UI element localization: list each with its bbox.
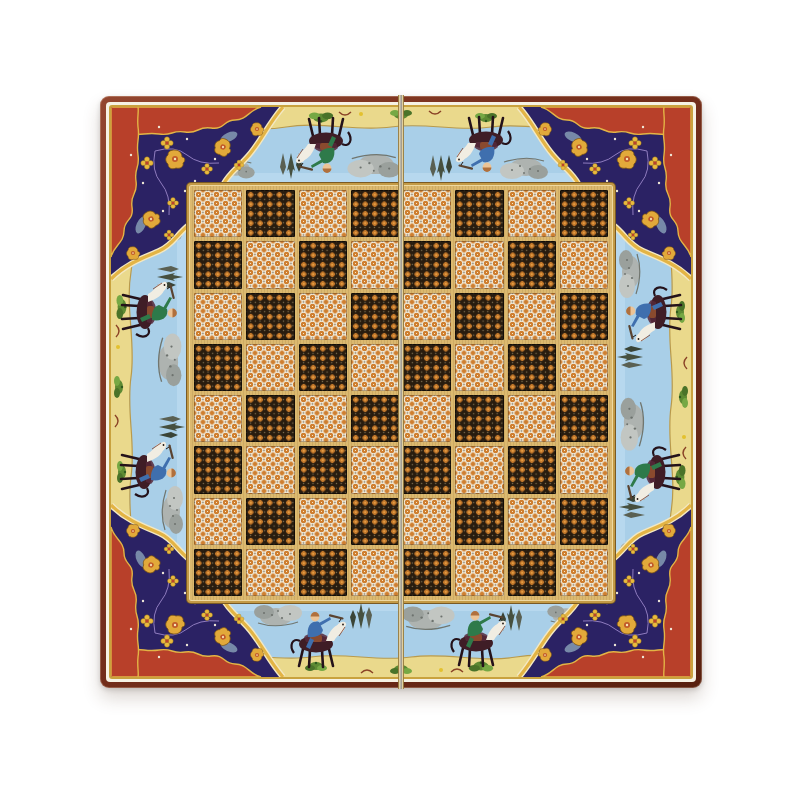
square-f3 [455, 446, 503, 493]
square-b1 [246, 549, 294, 596]
square-c8 [299, 190, 347, 237]
square-e7 [403, 241, 451, 288]
square-f6 [455, 293, 503, 340]
square-h3 [560, 446, 608, 493]
square-b8 [246, 190, 294, 237]
square-e2 [403, 498, 451, 545]
square-c5 [299, 344, 347, 391]
square-c4 [299, 395, 347, 442]
square-g8 [508, 190, 556, 237]
square-f5 [455, 344, 503, 391]
square-b5 [246, 344, 294, 391]
square-b6 [246, 293, 294, 340]
square-e1 [403, 549, 451, 596]
fold-seam [398, 95, 404, 689]
square-f8 [455, 190, 503, 237]
square-e8 [403, 190, 451, 237]
square-g3 [508, 446, 556, 493]
square-b7 [246, 241, 294, 288]
square-g7 [508, 241, 556, 288]
square-c6 [299, 293, 347, 340]
square-f7 [455, 241, 503, 288]
square-h8 [560, 190, 608, 237]
square-c3 [299, 446, 347, 493]
square-e4 [403, 395, 451, 442]
square-a5 [194, 344, 242, 391]
khatam-chess-board [100, 96, 702, 688]
square-a1 [194, 549, 242, 596]
square-c1 [299, 549, 347, 596]
square-h5 [560, 344, 608, 391]
square-g2 [508, 498, 556, 545]
square-a2 [194, 498, 242, 545]
square-h7 [560, 241, 608, 288]
square-d4 [351, 395, 399, 442]
square-d1 [351, 549, 399, 596]
square-f2 [455, 498, 503, 545]
square-d5 [351, 344, 399, 391]
square-h6 [560, 293, 608, 340]
square-g5 [508, 344, 556, 391]
square-a7 [194, 241, 242, 288]
square-b4 [246, 395, 294, 442]
square-h4 [560, 395, 608, 442]
square-b2 [246, 498, 294, 545]
square-e3 [403, 446, 451, 493]
product-photo-background [0, 0, 800, 800]
square-g1 [508, 549, 556, 596]
square-c7 [299, 241, 347, 288]
square-a6 [194, 293, 242, 340]
square-h2 [560, 498, 608, 545]
square-c2 [299, 498, 347, 545]
square-d8 [351, 190, 399, 237]
square-b3 [246, 446, 294, 493]
square-d2 [351, 498, 399, 545]
square-e5 [403, 344, 451, 391]
square-a8 [194, 190, 242, 237]
square-h1 [560, 549, 608, 596]
square-d7 [351, 241, 399, 288]
square-g6 [508, 293, 556, 340]
square-f1 [455, 549, 503, 596]
square-d6 [351, 293, 399, 340]
square-a3 [194, 446, 242, 493]
square-f4 [455, 395, 503, 442]
square-g4 [508, 395, 556, 442]
square-e6 [403, 293, 451, 340]
square-d3 [351, 446, 399, 493]
square-a4 [194, 395, 242, 442]
